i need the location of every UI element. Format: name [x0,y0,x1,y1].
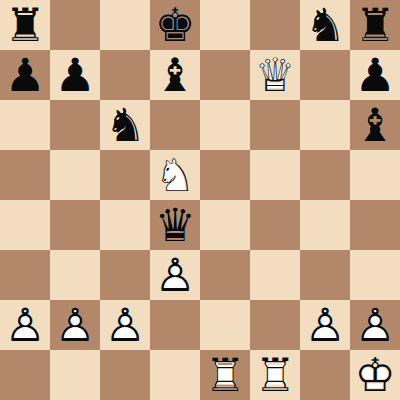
black-knight-fill-glyph: ♘ [100,100,150,150]
square-d3[interactable]: ♟♙ [150,250,200,300]
piece-white-pawn[interactable]: ♟♙ [100,300,150,350]
white-queen-fill-glyph: ♛ [250,50,300,100]
square-h7[interactable]: ♙♟ [350,50,400,100]
black-bishop-fill-glyph: ♗ [350,100,400,150]
white-pawn-fill-glyph: ♟ [100,300,150,350]
black-pawn-outline-glyph: ♟ [50,50,100,100]
square-g2[interactable]: ♟♙ [300,300,350,350]
white-pawn-fill-glyph: ♟ [50,300,100,350]
black-king-outline-glyph: ♚ [150,0,200,50]
black-rook-fill-glyph: ♖ [350,0,400,50]
white-pawn-fill-glyph: ♟ [150,250,200,300]
piece-white-knight[interactable]: ♞♘ [150,150,200,200]
black-bishop-outline-glyph: ♝ [350,100,400,150]
square-a3[interactable] [0,250,50,300]
piece-black-pawn[interactable]: ♙♟ [350,50,400,100]
white-pawn-fill-glyph: ♟ [0,300,50,350]
square-d8[interactable]: ♔♚ [150,0,200,50]
square-c3[interactable] [100,250,150,300]
black-bishop-outline-glyph: ♝ [150,50,200,100]
square-g5[interactable] [300,150,350,200]
black-pawn-fill-glyph: ♙ [50,50,100,100]
square-h6[interactable]: ♗♝ [350,100,400,150]
piece-black-pawn[interactable]: ♙♟ [0,50,50,100]
square-a4[interactable] [0,200,50,250]
white-queen-outline-glyph: ♕ [250,50,300,100]
square-f3[interactable] [250,250,300,300]
square-c2[interactable]: ♟♙ [100,300,150,350]
piece-white-pawn[interactable]: ♟♙ [150,250,200,300]
square-c8[interactable] [100,0,150,50]
square-b7[interactable]: ♙♟ [50,50,100,100]
square-a5[interactable] [0,150,50,200]
white-pawn-outline-glyph: ♙ [350,300,400,350]
white-pawn-outline-glyph: ♙ [300,300,350,350]
square-b6[interactable] [50,100,100,150]
black-pawn-fill-glyph: ♙ [350,50,400,100]
piece-white-pawn[interactable]: ♟♙ [350,300,400,350]
square-b2[interactable]: ♟♙ [50,300,100,350]
white-rook-fill-glyph: ♜ [250,350,300,400]
square-c7[interactable] [100,50,150,100]
square-c1[interactable] [100,350,150,400]
piece-white-rook[interactable]: ♜♖ [200,350,250,400]
square-e6[interactable] [200,100,250,150]
square-a1[interactable] [0,350,50,400]
piece-black-knight[interactable]: ♘♞ [300,0,350,50]
square-h2[interactable]: ♟♙ [350,300,400,350]
square-h4[interactable] [350,200,400,250]
square-c6[interactable]: ♘♞ [100,100,150,150]
black-queen-outline-glyph: ♛ [150,200,200,250]
square-g7[interactable] [300,50,350,100]
black-rook-outline-glyph: ♜ [350,0,400,50]
square-e1[interactable]: ♜♖ [200,350,250,400]
white-pawn-outline-glyph: ♙ [150,250,200,300]
square-c4[interactable] [100,200,150,250]
black-pawn-fill-glyph: ♙ [0,50,50,100]
piece-black-pawn[interactable]: ♙♟ [50,50,100,100]
white-pawn-outline-glyph: ♙ [100,300,150,350]
black-king-fill-glyph: ♔ [150,0,200,50]
piece-white-queen[interactable]: ♛♕ [250,50,300,100]
black-queen-fill-glyph: ♕ [150,200,200,250]
piece-black-knight[interactable]: ♘♞ [100,100,150,150]
square-e8[interactable] [200,0,250,50]
square-d2[interactable] [150,300,200,350]
square-b4[interactable] [50,200,100,250]
white-rook-fill-glyph: ♜ [200,350,250,400]
piece-black-rook[interactable]: ♖♜ [350,0,400,50]
square-b8[interactable] [50,0,100,50]
square-a7[interactable]: ♙♟ [0,50,50,100]
square-g1[interactable] [300,350,350,400]
square-a2[interactable]: ♟♙ [0,300,50,350]
square-h8[interactable]: ♖♜ [350,0,400,50]
square-h3[interactable] [350,250,400,300]
square-e2[interactable] [200,300,250,350]
square-d1[interactable] [150,350,200,400]
square-e5[interactable] [200,150,250,200]
square-f7[interactable]: ♛♕ [250,50,300,100]
square-d5[interactable]: ♞♘ [150,150,200,200]
black-pawn-outline-glyph: ♟ [350,50,400,100]
black-rook-outline-glyph: ♜ [0,0,50,50]
square-e7[interactable] [200,50,250,100]
piece-black-king[interactable]: ♔♚ [150,0,200,50]
square-f4[interactable] [250,200,300,250]
square-f1[interactable]: ♜♖ [250,350,300,400]
piece-black-bishop[interactable]: ♗♝ [350,100,400,150]
white-pawn-outline-glyph: ♙ [0,300,50,350]
square-f2[interactable] [250,300,300,350]
piece-white-pawn[interactable]: ♟♙ [300,300,350,350]
black-pawn-outline-glyph: ♟ [0,50,50,100]
square-f8[interactable] [250,0,300,50]
piece-white-pawn[interactable]: ♟♙ [50,300,100,350]
square-g6[interactable] [300,100,350,150]
piece-black-rook[interactable]: ♖♜ [0,0,50,50]
chess-board: ♖♜♔♚♘♞♖♜♙♟♙♟♗♝♛♕♙♟♘♞♗♝♞♘♕♛♟♙♟♙♟♙♟♙♟♙♟♙♜♖… [0,0,400,400]
square-c5[interactable] [100,150,150,200]
square-h1[interactable]: ♚♔ [350,350,400,400]
square-g3[interactable] [300,250,350,300]
white-knight-fill-glyph: ♞ [150,150,200,200]
square-g4[interactable] [300,200,350,250]
black-knight-outline-glyph: ♞ [300,0,350,50]
square-e4[interactable] [200,200,250,250]
square-b1[interactable] [50,350,100,400]
piece-white-pawn[interactable]: ♟♙ [0,300,50,350]
white-pawn-fill-glyph: ♟ [350,300,400,350]
white-rook-outline-glyph: ♖ [200,350,250,400]
square-f6[interactable] [250,100,300,150]
square-b3[interactable] [50,250,100,300]
piece-black-bishop[interactable]: ♗♝ [150,50,200,100]
square-d6[interactable] [150,100,200,150]
square-f5[interactable] [250,150,300,200]
square-e3[interactable] [200,250,250,300]
piece-white-king[interactable]: ♚♔ [350,350,400,400]
white-king-outline-glyph: ♔ [350,350,400,400]
piece-black-queen[interactable]: ♕♛ [150,200,200,250]
square-g8[interactable]: ♘♞ [300,0,350,50]
black-rook-fill-glyph: ♖ [0,0,50,50]
white-rook-outline-glyph: ♖ [250,350,300,400]
square-d7[interactable]: ♗♝ [150,50,200,100]
black-bishop-fill-glyph: ♗ [150,50,200,100]
square-d4[interactable]: ♕♛ [150,200,200,250]
black-knight-outline-glyph: ♞ [100,100,150,150]
white-knight-outline-glyph: ♘ [150,150,200,200]
square-b5[interactable] [50,150,100,200]
white-pawn-outline-glyph: ♙ [50,300,100,350]
square-h5[interactable] [350,150,400,200]
piece-white-rook[interactable]: ♜♖ [250,350,300,400]
white-king-fill-glyph: ♚ [350,350,400,400]
white-pawn-fill-glyph: ♟ [300,300,350,350]
black-knight-fill-glyph: ♘ [300,0,350,50]
square-a8[interactable]: ♖♜ [0,0,50,50]
square-a6[interactable] [0,100,50,150]
